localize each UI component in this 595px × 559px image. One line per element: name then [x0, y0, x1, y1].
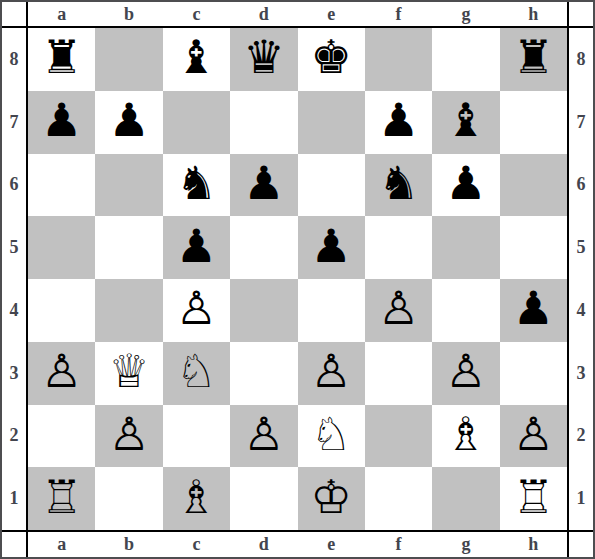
- square-g5[interactable]: [432, 216, 499, 279]
- square-b6[interactable]: [95, 154, 162, 217]
- piece-black-pawn: ♟: [311, 223, 352, 269]
- file-label-h-top: h: [500, 2, 567, 28]
- piece-black-knight: ♞: [176, 160, 217, 206]
- file-label-c-top: c: [163, 2, 230, 28]
- rank-label-1-left: 1: [2, 467, 28, 530]
- square-h2[interactable]: ♙: [500, 405, 567, 468]
- file-label-d-top: d: [230, 2, 297, 28]
- square-f4[interactable]: ♙: [365, 279, 432, 342]
- file-label-e-top: e: [298, 2, 365, 28]
- piece-black-bishop: ♝: [445, 97, 486, 143]
- piece-black-bishop: ♝: [176, 34, 217, 80]
- square-b5[interactable]: [95, 216, 162, 279]
- piece-white-king: ♔: [311, 474, 352, 520]
- square-d6[interactable]: ♟: [230, 154, 297, 217]
- piece-black-pawn: ♟: [41, 97, 82, 143]
- piece-white-pawn: ♙: [41, 348, 82, 394]
- piece-black-rook: ♜: [513, 34, 554, 80]
- square-h4[interactable]: ♟: [500, 279, 567, 342]
- corner-top-left: [2, 2, 28, 28]
- piece-black-pawn: ♟: [176, 223, 217, 269]
- square-f7[interactable]: ♟: [365, 91, 432, 154]
- square-c7[interactable]: [163, 91, 230, 154]
- square-d5[interactable]: [230, 216, 297, 279]
- rank-label-1-right: 1: [567, 467, 593, 530]
- square-b4[interactable]: [95, 279, 162, 342]
- piece-white-knight: ♘: [311, 411, 352, 457]
- rank-label-4-left: 4: [2, 279, 28, 342]
- square-d4[interactable]: [230, 279, 297, 342]
- rank-label-2-right: 2: [567, 405, 593, 468]
- piece-black-king: ♚: [311, 34, 352, 80]
- rank-label-7-left: 7: [2, 91, 28, 154]
- rank-label-3-left: 3: [2, 342, 28, 405]
- piece-white-pawn: ♙: [176, 285, 217, 331]
- square-g3[interactable]: ♙: [432, 342, 499, 405]
- square-d1[interactable]: [230, 467, 297, 530]
- square-d7[interactable]: [230, 91, 297, 154]
- square-e3[interactable]: ♙: [298, 342, 365, 405]
- piece-white-queen: ♕: [108, 348, 149, 394]
- square-a3[interactable]: ♙: [28, 342, 95, 405]
- rank-label-6-right: 6: [567, 154, 593, 217]
- rank-label-3-right: 3: [567, 342, 593, 405]
- piece-white-pawn: ♙: [513, 411, 554, 457]
- square-a1[interactable]: ♖: [28, 467, 95, 530]
- rank-label-2-left: 2: [2, 405, 28, 468]
- piece-white-pawn: ♙: [378, 285, 419, 331]
- square-c3[interactable]: ♘: [163, 342, 230, 405]
- rank-label-5-left: 5: [2, 216, 28, 279]
- square-h3[interactable]: [500, 342, 567, 405]
- piece-white-bishop: ♗: [445, 411, 486, 457]
- piece-white-pawn: ♙: [108, 411, 149, 457]
- square-f1[interactable]: [365, 467, 432, 530]
- square-a8[interactable]: ♜: [28, 28, 95, 91]
- rank-label-8-right: 8: [567, 28, 593, 91]
- file-label-a-top: a: [28, 2, 95, 28]
- piece-black-queen: ♛: [243, 34, 284, 80]
- square-e7[interactable]: [298, 91, 365, 154]
- file-label-b-top: b: [95, 2, 162, 28]
- square-e1[interactable]: ♔: [298, 467, 365, 530]
- square-c6[interactable]: ♞: [163, 154, 230, 217]
- square-h6[interactable]: [500, 154, 567, 217]
- square-a5[interactable]: [28, 216, 95, 279]
- file-label-f-bottom: f: [365, 530, 432, 557]
- file-label-f-top: f: [365, 2, 432, 28]
- piece-black-pawn: ♟: [108, 97, 149, 143]
- square-b8[interactable]: [95, 28, 162, 91]
- square-b2[interactable]: ♙: [95, 405, 162, 468]
- rank-label-5-right: 5: [567, 216, 593, 279]
- file-label-g-top: g: [432, 2, 499, 28]
- square-b1[interactable]: [95, 467, 162, 530]
- square-e2[interactable]: ♘: [298, 405, 365, 468]
- square-d3[interactable]: [230, 342, 297, 405]
- square-b7[interactable]: ♟: [95, 91, 162, 154]
- square-c2[interactable]: [163, 405, 230, 468]
- square-e5[interactable]: ♟: [298, 216, 365, 279]
- square-h1[interactable]: ♖: [500, 467, 567, 530]
- square-h7[interactable]: [500, 91, 567, 154]
- corner-bottom-left: [2, 530, 28, 557]
- square-f5[interactable]: [365, 216, 432, 279]
- square-f8[interactable]: [365, 28, 432, 91]
- square-a7[interactable]: ♟: [28, 91, 95, 154]
- square-c5[interactable]: ♟: [163, 216, 230, 279]
- square-g2[interactable]: ♗: [432, 405, 499, 468]
- file-label-b-bottom: b: [95, 530, 162, 557]
- rank-label-6-left: 6: [2, 154, 28, 217]
- square-c1[interactable]: ♗: [163, 467, 230, 530]
- piece-white-knight: ♘: [176, 348, 217, 394]
- square-h8[interactable]: ♜: [500, 28, 567, 91]
- chess-board: abcdefgh8♜♝♛♚♜87♟♟♟♝76♞♟♞♟65♟♟54♙♙♟43♙♕♘…: [0, 0, 595, 559]
- square-g6[interactable]: ♟: [432, 154, 499, 217]
- square-d2[interactable]: ♙: [230, 405, 297, 468]
- square-e6[interactable]: [298, 154, 365, 217]
- square-d8[interactable]: ♛: [230, 28, 297, 91]
- rank-label-7-right: 7: [567, 91, 593, 154]
- square-f2[interactable]: [365, 405, 432, 468]
- corner-top-right: [567, 2, 593, 28]
- square-g1[interactable]: [432, 467, 499, 530]
- square-e8[interactable]: ♚: [298, 28, 365, 91]
- square-f6[interactable]: ♞: [365, 154, 432, 217]
- piece-black-pawn: ♟: [378, 97, 419, 143]
- square-h5[interactable]: [500, 216, 567, 279]
- piece-black-rook: ♜: [41, 34, 82, 80]
- piece-black-pawn: ♟: [445, 160, 486, 206]
- rank-label-8-left: 8: [2, 28, 28, 91]
- file-label-g-bottom: g: [432, 530, 499, 557]
- piece-white-rook: ♖: [41, 474, 82, 520]
- file-label-e-bottom: e: [298, 530, 365, 557]
- piece-black-pawn: ♟: [513, 285, 554, 331]
- piece-white-rook: ♖: [513, 474, 554, 520]
- corner-bottom-right: [567, 530, 593, 557]
- square-a6[interactable]: [28, 154, 95, 217]
- square-g4[interactable]: [432, 279, 499, 342]
- piece-black-pawn: ♟: [243, 160, 284, 206]
- file-label-a-bottom: a: [28, 530, 95, 557]
- square-c8[interactable]: ♝: [163, 28, 230, 91]
- piece-white-pawn: ♙: [243, 411, 284, 457]
- piece-white-pawn: ♙: [311, 348, 352, 394]
- piece-white-pawn: ♙: [445, 348, 486, 394]
- piece-white-bishop: ♗: [176, 474, 217, 520]
- square-e4[interactable]: [298, 279, 365, 342]
- file-label-h-bottom: h: [500, 530, 567, 557]
- square-g8[interactable]: [432, 28, 499, 91]
- square-a2[interactable]: [28, 405, 95, 468]
- square-f3[interactable]: [365, 342, 432, 405]
- file-label-d-bottom: d: [230, 530, 297, 557]
- square-a4[interactable]: [28, 279, 95, 342]
- square-g7[interactable]: ♝: [432, 91, 499, 154]
- square-c4[interactable]: ♙: [163, 279, 230, 342]
- square-b3[interactable]: ♕: [95, 342, 162, 405]
- piece-black-knight: ♞: [378, 160, 419, 206]
- file-label-c-bottom: c: [163, 530, 230, 557]
- rank-label-4-right: 4: [567, 279, 593, 342]
